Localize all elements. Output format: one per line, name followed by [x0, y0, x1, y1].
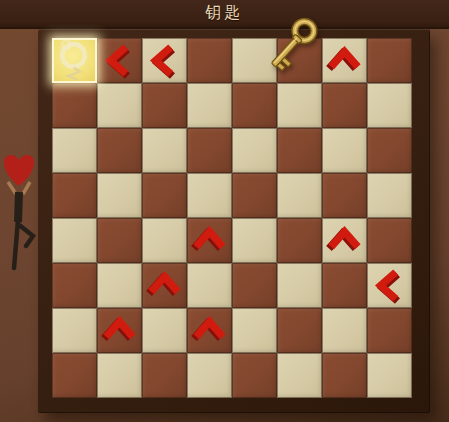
page-title: 钥匙 [206, 3, 244, 24]
board-cell [187, 263, 232, 308]
board-cell [232, 173, 277, 218]
board-cell [277, 263, 322, 308]
board-cell [142, 353, 187, 398]
board-cell [322, 353, 367, 398]
board-cell[interactable] [97, 308, 142, 353]
board-cell [367, 308, 412, 353]
board-cell [52, 173, 97, 218]
arrow-up-icon [190, 311, 229, 350]
board-cell [97, 263, 142, 308]
board-cell [187, 38, 232, 83]
board-cell [367, 38, 412, 83]
board-cell [367, 173, 412, 218]
board-cell [142, 173, 187, 218]
board-cell [97, 128, 142, 173]
heart-dancer-art [0, 150, 40, 275]
board-cell [232, 353, 277, 398]
board-cell [277, 83, 322, 128]
board-cell[interactable] [322, 38, 367, 83]
board-cell [97, 218, 142, 263]
board-cell [277, 308, 322, 353]
board-cell [52, 83, 97, 128]
board-cell [277, 128, 322, 173]
board-cell [232, 128, 277, 173]
board-cell [232, 218, 277, 263]
board [52, 38, 412, 398]
board-cell [367, 128, 412, 173]
arrow-left-icon [370, 266, 409, 305]
board-cell [142, 218, 187, 263]
board-cell [367, 83, 412, 128]
board-cell [97, 353, 142, 398]
board-cell[interactable] [187, 218, 232, 263]
board-cell [52, 218, 97, 263]
arrow-up-icon [325, 221, 364, 260]
arrow-up-icon [325, 41, 364, 80]
board-cell [277, 218, 322, 263]
arrow-left-icon [145, 41, 184, 80]
board-cell [142, 128, 187, 173]
board-frame [38, 29, 430, 413]
board-cell [142, 83, 187, 128]
board-cell [97, 173, 142, 218]
game-screen: 钥匙 [0, 0, 449, 422]
board-cell [187, 353, 232, 398]
board-cell [52, 353, 97, 398]
key-ring-slot-icon [52, 38, 97, 83]
board-cell [277, 353, 322, 398]
board-cell [277, 173, 322, 218]
board-cell[interactable] [142, 38, 187, 83]
board-cell[interactable] [367, 263, 412, 308]
board-cell [322, 308, 367, 353]
board-cell [232, 263, 277, 308]
key-icon[interactable] [254, 10, 324, 86]
board-cell [322, 83, 367, 128]
arrow-up-icon [190, 221, 229, 260]
board-cell [232, 83, 277, 128]
board-cell [367, 353, 412, 398]
board-cell [187, 173, 232, 218]
board-cell [142, 308, 187, 353]
board-cell [52, 308, 97, 353]
board-cell[interactable] [97, 38, 142, 83]
board-cell [187, 128, 232, 173]
board-cell [52, 263, 97, 308]
board-cell [187, 83, 232, 128]
arrow-up-icon [145, 266, 184, 305]
board-cell [322, 128, 367, 173]
arrow-left-icon [100, 41, 139, 80]
board-cell[interactable] [142, 263, 187, 308]
board-cell [367, 218, 412, 263]
board-cell [322, 173, 367, 218]
title-bar: 钥匙 [0, 0, 449, 29]
board-cell[interactable] [322, 218, 367, 263]
board-cell[interactable] [187, 308, 232, 353]
board-cell [322, 263, 367, 308]
key-slot-cell[interactable] [52, 38, 97, 83]
board-cell [97, 83, 142, 128]
board-cell [232, 308, 277, 353]
board-cell [52, 128, 97, 173]
arrow-up-icon [100, 311, 139, 350]
